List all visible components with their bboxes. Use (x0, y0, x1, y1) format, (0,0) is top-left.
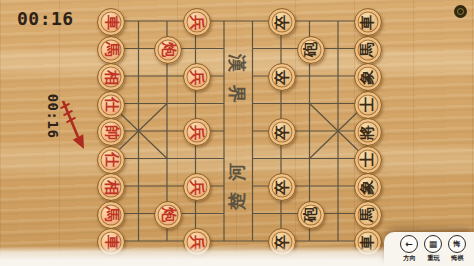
undo-hui-icon: 悔 (448, 235, 466, 253)
red-piece-炮[interactable]: 炮 (154, 36, 182, 64)
black-piece-將[interactable]: 將 (354, 118, 382, 146)
direction-button-label: 方向 (403, 254, 415, 263)
top-right-round-icon[interactable] (454, 5, 467, 18)
black-piece-馬[interactable]: 馬 (354, 201, 382, 229)
red-piece-車[interactable]: 車 (97, 8, 125, 36)
direction-button[interactable]: ← 方向 (399, 235, 419, 263)
bottom-appbar: ← 方向 ▦ 重玩 悔 悔棋 (399, 235, 467, 263)
red-piece-馬[interactable]: 馬 (97, 201, 125, 229)
timer-top: 00:16 (17, 8, 74, 29)
game-screen: 車馬相仕帥仕相馬車炮炮兵兵兵兵兵卒卒卒卒卒砲砲車馬象士將士象馬車 漢 界 河 楚… (0, 0, 474, 266)
red-piece-兵[interactable]: 兵 (183, 173, 211, 201)
red-piece-仕[interactable]: 仕 (97, 91, 125, 119)
undo-button-label: 悔棋 (451, 254, 463, 263)
black-piece-士[interactable]: 士 (354, 91, 382, 119)
river-label-han: 漢 (226, 52, 248, 74)
red-piece-兵[interactable]: 兵 (183, 63, 211, 91)
red-piece-相[interactable]: 相 (97, 173, 125, 201)
replay-button[interactable]: ▦ 重玩 (423, 235, 443, 263)
black-piece-士[interactable]: 士 (354, 146, 382, 174)
red-piece-帥[interactable]: 帥 (97, 118, 125, 146)
red-piece-仕[interactable]: 仕 (97, 146, 125, 174)
black-piece-卒[interactable]: 卒 (268, 173, 296, 201)
red-turn-arrow-icon (52, 93, 94, 155)
red-piece-兵[interactable]: 兵 (183, 8, 211, 36)
black-piece-卒[interactable]: 卒 (268, 8, 296, 36)
direction-arrow-icon: ← (400, 235, 418, 253)
replay-grid-icon: ▦ (424, 235, 442, 253)
black-piece-象[interactable]: 象 (354, 63, 382, 91)
black-piece-卒[interactable]: 卒 (268, 118, 296, 146)
red-piece-馬[interactable]: 馬 (97, 36, 125, 64)
black-piece-馬[interactable]: 馬 (354, 36, 382, 64)
undo-button[interactable]: 悔 悔棋 (447, 235, 467, 263)
replay-button-label: 重玩 (427, 254, 439, 263)
black-piece-砲[interactable]: 砲 (297, 201, 325, 229)
river-label-chu: 楚 (226, 190, 248, 212)
black-piece-砲[interactable]: 砲 (297, 36, 325, 64)
black-piece-象[interactable]: 象 (354, 173, 382, 201)
red-piece-相[interactable]: 相 (97, 63, 125, 91)
red-piece-炮[interactable]: 炮 (154, 201, 182, 229)
river-label-jie: 界 (226, 83, 248, 105)
red-piece-兵[interactable]: 兵 (183, 118, 211, 146)
black-piece-車[interactable]: 車 (354, 8, 382, 36)
black-piece-卒[interactable]: 卒 (268, 63, 296, 91)
river-label-he: 河 (226, 161, 248, 183)
